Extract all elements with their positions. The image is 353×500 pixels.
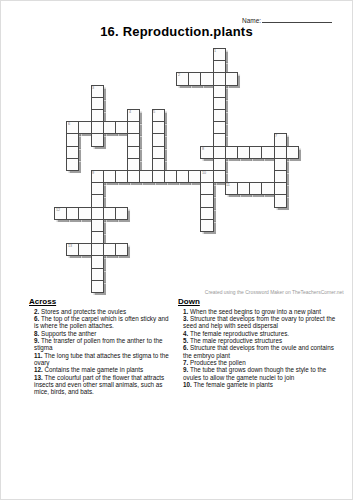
cell-r7c3[interactable] [91,133,104,146]
cell-r11c12[interactable] [200,182,213,195]
cell-r14c3[interactable] [91,219,104,232]
clue-across-6: 6. The top of the carpel which is often … [34,315,173,330]
cell-r7c6[interactable] [127,133,140,146]
cell-r8c1[interactable] [66,146,79,159]
cell-number-6: 6 [68,122,70,126]
clue-down-7: 7. Produces the pollen [183,359,342,366]
cell-r6c4[interactable] [103,121,116,134]
crossword-grid: 12345678910111213 [54,48,300,294]
cell-number-5: 5 [153,110,155,114]
clue-number: 6. [34,315,41,322]
clue-number: 3. [183,315,190,322]
cell-r6c3[interactable] [91,121,104,134]
cell-r17c3[interactable] [91,255,104,268]
cell-number-1: 1 [214,49,216,53]
clue-number: 13. [34,374,45,381]
name-label: Name: [242,17,261,24]
clue-number: 6. [183,344,190,351]
cell-r8c17[interactable] [261,146,274,159]
cell-r11c14[interactable]: 11 [225,182,238,195]
cell-r9c1[interactable] [66,158,79,171]
cell-r6c2[interactable] [78,121,91,134]
cell-r11c3[interactable] [91,182,104,195]
cell-r13c5[interactable] [115,207,128,220]
cell-r10c6[interactable] [127,170,140,183]
clue-down-10: 10. The female gamete in plants [183,381,342,388]
cell-number-9: 9 [92,171,94,175]
clue-number: 11. [34,352,44,359]
cell-r13c3[interactable] [91,207,104,220]
clue-down-1: 1. When the seed begins to grow into a n… [183,308,342,315]
cell-r9c13[interactable] [213,158,226,171]
down-clues-section: Down 1. When the seed begins to grow int… [170,297,342,388]
cell-r6c6[interactable] [127,121,140,134]
clue-number: 5. [183,337,190,344]
cell-r13c4[interactable] [103,207,116,220]
cell-r10c11[interactable] [188,170,201,183]
cell-r7c8[interactable] [152,133,165,146]
cell-r6c8[interactable] [152,121,165,134]
cell-r8c6[interactable] [127,146,140,159]
attribution: Created using the Crossword Maker on The… [205,289,344,294]
cell-r2c11[interactable] [188,72,201,85]
clue-down-5: 5. The male reproductive structures [183,337,342,344]
down-clue-list: 1. When the seed begins to grow into a n… [183,308,342,389]
clue-number: 8. [34,330,41,337]
clue-down-6: 6. Structure that develops from the ovul… [183,344,342,359]
cell-number-11: 11 [226,183,230,187]
cell-r8c16[interactable] [249,146,262,159]
cell-r8c14[interactable] [225,146,238,159]
cell-r3c13[interactable] [213,85,226,98]
cell-r7c13[interactable] [213,133,226,146]
cell-r3c3[interactable]: 3 [91,85,104,98]
worksheet-page: Name: 16. Reproduction.plants 1234567891… [0,0,353,500]
cell-r9c6[interactable] [127,158,140,171]
cell-number-13: 13 [68,244,72,248]
cell-r12c18[interactable] [274,194,287,207]
clue-down-3: 3. Structure that develops from the ovar… [183,315,342,330]
cell-r1c13[interactable] [213,60,226,73]
cell-r8c19[interactable] [286,146,299,159]
down-heading: Down [178,297,342,306]
cell-r13c1[interactable] [66,207,79,220]
cell-number-4: 4 [129,110,131,114]
cell-r16c4[interactable] [103,243,116,256]
cell-r8c8[interactable] [152,146,165,159]
cell-number-3: 3 [92,86,94,90]
cell-r11c17[interactable] [261,182,274,195]
cell-r8c18[interactable] [274,146,287,159]
cell-r10c13[interactable] [213,170,226,183]
cell-r16c3[interactable] [91,243,104,256]
cell-number-2: 2 [178,73,180,77]
clue-down-9: 9. The tube that grows down though the s… [183,366,342,381]
clue-number: 4. [183,330,190,337]
cell-r8c12[interactable]: 8 [200,146,213,159]
cell-r16c2[interactable] [78,243,91,256]
cell-r11c18[interactable] [274,182,287,195]
clue-number: 9. [183,366,190,373]
cell-r16c5[interactable] [115,243,128,256]
clue-across-11: 11. The long tube that attaches the stig… [34,352,173,367]
cell-r4c13[interactable] [213,97,226,110]
across-clue-list: 2. Stores and protects the ovules6. The … [34,308,173,396]
clue-number: 12. [34,366,45,373]
cell-r16c1[interactable]: 13 [66,243,79,256]
clue-across-13: 13. The colourful part of the flower tha… [34,374,173,396]
cell-number-7: 7 [275,134,277,138]
cell-r13c12[interactable] [200,207,213,220]
clue-number: 10. [183,381,194,388]
name-field: Name: [242,16,332,24]
cell-r9c18[interactable] [274,158,287,171]
cell-r10c7[interactable] [139,170,152,183]
cell-r10c4[interactable] [103,170,116,183]
cell-r7c1[interactable] [66,133,79,146]
clue-across-9: 9. The transfer of pollen from the anthe… [34,337,173,352]
cell-r7c18[interactable]: 7 [274,133,287,146]
across-heading: Across [29,297,173,306]
cell-r18c3[interactable] [91,268,104,281]
cell-r6c1[interactable]: 6 [66,121,79,134]
cell-number-10: 10 [202,171,206,175]
name-blank-line [262,16,332,23]
cell-r8c13[interactable] [213,146,226,159]
clue-across-8: 8. Supports the anther [34,330,173,337]
clue-across-12: 12. Contains the male gamete in plants [34,366,173,373]
page-title: 16. Reproduction.plants [1,24,352,39]
cell-r14c12[interactable] [200,219,213,232]
across-clues-section: Across 2. Stores and protects the ovules… [21,297,173,396]
cell-r9c8[interactable] [152,158,165,171]
clue-number: 1. [183,308,190,315]
clue-down-4: 4. The female reproductive structures. [183,330,342,337]
clue-number: 9. [34,337,41,344]
cell-r2c13[interactable] [213,72,226,85]
cell-r6c13[interactable] [213,121,226,134]
clue-across-2: 2. Stores and protects the ovules [34,308,173,315]
cell-r2c12[interactable] [200,72,213,85]
cell-r2c14[interactable] [225,72,238,85]
cell-r10c8[interactable] [152,170,165,183]
cell-number-12: 12 [56,208,60,212]
cell-r19c3[interactable] [91,280,104,293]
cell-r13c2[interactable] [78,207,91,220]
cell-r12c12[interactable] [200,194,213,207]
clue-number: 2. [34,308,41,315]
cell-r4c3[interactable] [91,97,104,110]
cell-r10c9[interactable] [164,170,177,183]
clue-number: 7. [183,359,190,366]
cell-r11c16[interactable] [249,182,262,195]
cell-r12c3[interactable] [91,194,104,207]
cell-number-8: 8 [202,147,204,151]
